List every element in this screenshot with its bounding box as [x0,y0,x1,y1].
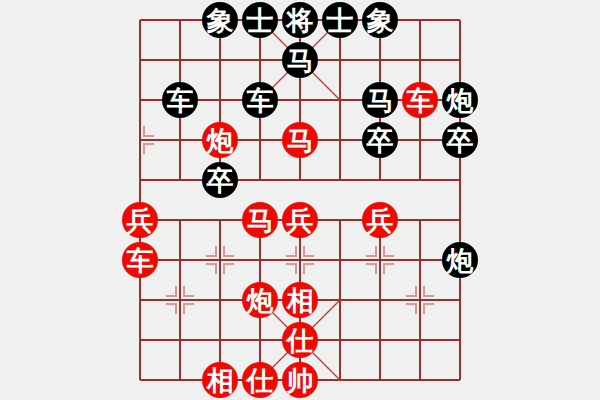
piece-black-general[interactable]: 将 [282,2,318,38]
xiangqi-board: 象士将士象马车车马车炮炮马卒卒卒兵马兵兵车炮炮相仕相仕帅 [0,0,600,400]
piece-red-general[interactable]: 帅 [282,362,318,398]
piece-black-advisor[interactable]: 士 [322,2,358,38]
piece-red-elephant[interactable]: 相 [282,282,318,318]
piece-red-soldier[interactable]: 兵 [362,202,398,238]
piece-red-advisor[interactable]: 仕 [282,322,318,358]
piece-red-horse[interactable]: 马 [282,122,318,158]
piece-black-soldier[interactable]: 卒 [362,122,398,158]
piece-red-cannon[interactable]: 炮 [202,122,238,158]
piece-black-soldier[interactable]: 卒 [442,122,478,158]
piece-black-cannon[interactable]: 炮 [442,82,478,118]
piece-red-horse[interactable]: 马 [242,202,278,238]
piece-red-soldier[interactable]: 兵 [122,202,158,238]
piece-red-elephant[interactable]: 相 [202,362,238,398]
piece-red-chariot[interactable]: 车 [402,82,438,118]
piece-black-soldier[interactable]: 卒 [202,162,238,198]
piece-red-soldier[interactable]: 兵 [282,202,318,238]
piece-black-elephant[interactable]: 象 [362,2,398,38]
piece-red-advisor[interactable]: 仕 [242,362,278,398]
piece-red-cannon[interactable]: 炮 [242,282,278,318]
piece-black-horse[interactable]: 马 [362,82,398,118]
piece-red-chariot[interactable]: 车 [122,242,158,278]
piece-black-chariot[interactable]: 车 [242,82,278,118]
piece-black-chariot[interactable]: 车 [162,82,198,118]
piece-black-advisor[interactable]: 士 [242,2,278,38]
piece-black-horse[interactable]: 马 [282,42,318,78]
piece-black-elephant[interactable]: 象 [202,2,238,38]
piece-black-cannon[interactable]: 炮 [442,242,478,278]
